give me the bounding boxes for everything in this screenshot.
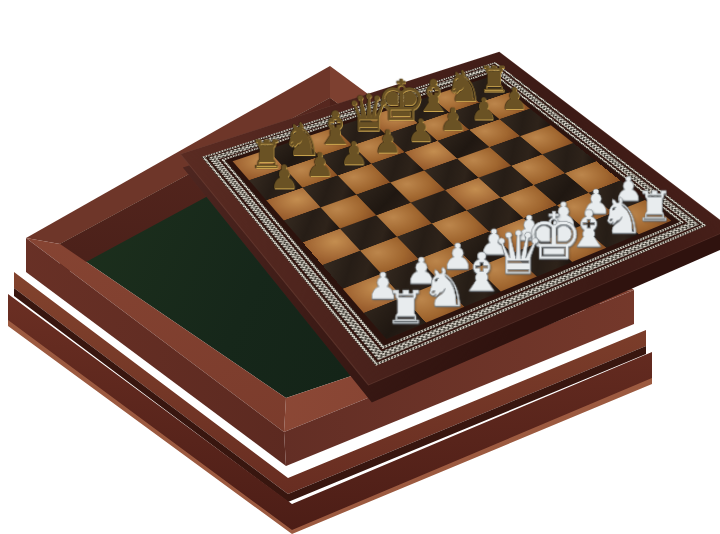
- white-pawn-h2: ♟: [598, 172, 659, 206]
- square-d5: [391, 171, 445, 203]
- square-h1: ♜: [613, 200, 671, 234]
- mosaic-trim-outer: ♜♞♝♛♚♝♞♜♟♟♟♟♟♟♟♟♟♟♟♟♟♟♟♟♜♞♝♛♚♝♞♜: [202, 62, 707, 366]
- chess-set-photo: ♜♞♝♛♚♝♞♜♟♟♟♟♟♟♟♟♟♟♟♟♟♟♟♟♜♞♝♛♚♝♞♜: [0, 0, 720, 534]
- mosaic-border: ♜♞♝♛♚♝♞♜♟♟♟♟♟♟♟♟♟♟♟♟♟♟♟♟♜♞♝♛♚♝♞♜: [208, 65, 699, 360]
- board-scene: ♜♞♝♛♚♝♞♜♟♟♟♟♟♟♟♟♟♟♟♟♟♟♟♟♜♞♝♛♚♝♞♜: [0, 0, 720, 534]
- border-gap-outer: ♜♞♝♛♚♝♞♜♟♟♟♟♟♟♟♟♟♟♟♟♟♟♟♟♜♞♝♛♚♝♞♜: [206, 64, 703, 363]
- chess-board: ♜♞♝♛♚♝♞♜♟♟♟♟♟♟♟♟♟♟♟♟♟♟♟♟♜♞♝♛♚♝♞♜: [180, 52, 720, 386]
- black-rook-h8: ♜: [467, 61, 521, 97]
- square-a8: ♜: [233, 150, 285, 181]
- border-gap-inner: ♜♞♝♛♚♝♞♜♟♟♟♟♟♟♟♟♟♟♟♟♟♟♟♟♜♞♝♛♚♝♞♜: [218, 70, 687, 351]
- mosaic-trim-inner: ♜♞♝♛♚♝♞♜♟♟♟♟♟♟♟♟♟♟♟♟♟♟♟♟♜♞♝♛♚♝♞♜: [221, 71, 685, 349]
